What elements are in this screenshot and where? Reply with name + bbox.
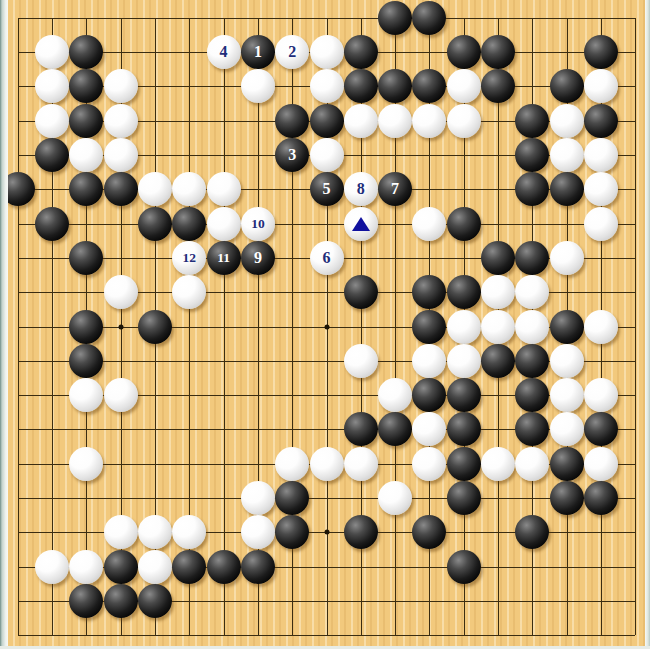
stone-black[interactable]: [481, 241, 515, 275]
stone-black[interactable]: [412, 515, 446, 549]
stone-black[interactable]: [550, 172, 584, 206]
stone-black[interactable]: [241, 550, 275, 584]
stone-white[interactable]: [412, 207, 446, 241]
stone-black[interactable]: [447, 550, 481, 584]
move-number-label: 5: [323, 181, 331, 197]
stone-black[interactable]: [550, 447, 584, 481]
stone-black[interactable]: [344, 35, 378, 69]
stone-white[interactable]: [69, 550, 103, 584]
stone-white[interactable]: [69, 138, 103, 172]
stone-black[interactable]: [344, 515, 378, 549]
stone-black[interactable]: [515, 515, 549, 549]
grid-line-horizontal: [18, 498, 635, 499]
stone-white[interactable]: [344, 104, 378, 138]
stone-white[interactable]: [172, 275, 206, 309]
stone-white[interactable]: [104, 275, 138, 309]
stone-white[interactable]: [584, 447, 618, 481]
stone-white[interactable]: [412, 447, 446, 481]
stone-white[interactable]: [310, 138, 344, 172]
stone-white[interactable]: [172, 172, 206, 206]
stone-white[interactable]: [481, 275, 515, 309]
stone-black[interactable]: [447, 412, 481, 446]
move-number-label: 1: [254, 44, 262, 60]
left-margin-strip: [0, 0, 8, 649]
stone-black[interactable]: [69, 104, 103, 138]
move-number-label: 7: [391, 181, 399, 197]
stone-white[interactable]: 10: [241, 207, 275, 241]
stone-white[interactable]: [515, 447, 549, 481]
stone-black[interactable]: [172, 207, 206, 241]
stone-black[interactable]: [344, 275, 378, 309]
stone-white[interactable]: [481, 310, 515, 344]
stone-white[interactable]: [241, 481, 275, 515]
stone-white[interactable]: [104, 378, 138, 412]
stone-black[interactable]: [69, 172, 103, 206]
stone-white[interactable]: [344, 207, 378, 241]
stone-white[interactable]: [584, 138, 618, 172]
stone-black[interactable]: [412, 275, 446, 309]
stone-black[interactable]: [515, 241, 549, 275]
stone-black[interactable]: [584, 104, 618, 138]
stone-white[interactable]: 4: [207, 35, 241, 69]
stone-black[interactable]: [412, 310, 446, 344]
grid-line-vertical: [635, 18, 636, 635]
stone-black[interactable]: [412, 1, 446, 35]
grid-line-horizontal: [18, 635, 635, 636]
stone-white[interactable]: [550, 104, 584, 138]
stone-white[interactable]: [275, 447, 309, 481]
stone-black[interactable]: [207, 550, 241, 584]
stone-white[interactable]: [412, 104, 446, 138]
move-number-label: 11: [217, 251, 230, 265]
stone-white[interactable]: [447, 104, 481, 138]
stone-white[interactable]: [447, 69, 481, 103]
move-number-label: 9: [254, 250, 262, 266]
stone-black[interactable]: [447, 378, 481, 412]
stone-white[interactable]: [104, 104, 138, 138]
stone-white[interactable]: 8: [344, 172, 378, 206]
stone-white[interactable]: [584, 69, 618, 103]
stone-black[interactable]: [69, 310, 103, 344]
stone-white[interactable]: [550, 378, 584, 412]
stone-black[interactable]: [138, 310, 172, 344]
stone-white[interactable]: [172, 515, 206, 549]
stone-black[interactable]: [515, 104, 549, 138]
stone-white[interactable]: [104, 138, 138, 172]
stone-black[interactable]: [69, 241, 103, 275]
stone-white[interactable]: [378, 378, 412, 412]
stone-black[interactable]: [378, 1, 412, 35]
stone-black[interactable]: [35, 138, 69, 172]
move-number-label: 3: [288, 147, 296, 163]
stone-black[interactable]: [104, 584, 138, 618]
stone-white[interactable]: [412, 412, 446, 446]
stone-black[interactable]: [447, 447, 481, 481]
move-number-label: 12: [183, 251, 197, 265]
stone-white[interactable]: [69, 447, 103, 481]
stone-black[interactable]: [138, 207, 172, 241]
stone-white[interactable]: [550, 138, 584, 172]
stone-black[interactable]: [584, 481, 618, 515]
stone-white[interactable]: [241, 69, 275, 103]
stone-white[interactable]: 12: [172, 241, 206, 275]
stone-white[interactable]: 6: [310, 241, 344, 275]
stone-black[interactable]: [584, 412, 618, 446]
stone-white[interactable]: 2: [275, 35, 309, 69]
stone-white[interactable]: [584, 207, 618, 241]
stone-white[interactable]: [310, 35, 344, 69]
stone-white[interactable]: [584, 378, 618, 412]
stone-black[interactable]: [35, 207, 69, 241]
stone-black[interactable]: [344, 69, 378, 103]
stone-white[interactable]: [35, 69, 69, 103]
stone-black[interactable]: [412, 378, 446, 412]
stone-white[interactable]: [104, 69, 138, 103]
stone-white[interactable]: [35, 550, 69, 584]
stone-black[interactable]: [447, 207, 481, 241]
stone-white[interactable]: [481, 447, 515, 481]
move-number-label: 10: [251, 217, 265, 231]
stone-white[interactable]: [69, 378, 103, 412]
stone-black[interactable]: [481, 35, 515, 69]
stone-black[interactable]: 9: [241, 241, 275, 275]
stone-black[interactable]: [447, 35, 481, 69]
stone-black[interactable]: [412, 69, 446, 103]
stone-black[interactable]: [172, 550, 206, 584]
stone-black[interactable]: [378, 412, 412, 446]
stone-black[interactable]: [69, 584, 103, 618]
stone-black[interactable]: [550, 69, 584, 103]
stone-black[interactable]: [515, 412, 549, 446]
move-number-label: 8: [357, 181, 365, 197]
stone-black[interactable]: [138, 584, 172, 618]
stone-black[interactable]: [310, 104, 344, 138]
stone-black[interactable]: [447, 481, 481, 515]
stone-white[interactable]: [344, 447, 378, 481]
stone-black[interactable]: [104, 550, 138, 584]
stone-black[interactable]: 1: [241, 35, 275, 69]
stone-white[interactable]: [35, 104, 69, 138]
star-point: [118, 324, 123, 329]
stone-white[interactable]: [550, 412, 584, 446]
screenshot-root: 412358710121196: [0, 0, 650, 649]
stone-white[interactable]: [412, 344, 446, 378]
stone-white[interactable]: [138, 550, 172, 584]
stone-black[interactable]: [584, 35, 618, 69]
move-number-label: 4: [220, 44, 228, 60]
stone-black[interactable]: [275, 515, 309, 549]
stone-black[interactable]: [104, 172, 138, 206]
stone-white[interactable]: [378, 481, 412, 515]
stone-white[interactable]: [207, 172, 241, 206]
stone-white[interactable]: [35, 35, 69, 69]
stone-black[interactable]: [481, 69, 515, 103]
stone-black[interactable]: 3: [275, 138, 309, 172]
stone-white[interactable]: [310, 69, 344, 103]
stone-black[interactable]: [515, 378, 549, 412]
stone-black[interactable]: 7: [378, 172, 412, 206]
move-number-label: 2: [288, 44, 296, 60]
stone-black[interactable]: 11: [207, 241, 241, 275]
stone-black[interactable]: [515, 138, 549, 172]
stone-white[interactable]: [515, 275, 549, 309]
stone-white[interactable]: [550, 241, 584, 275]
stone-black[interactable]: [69, 69, 103, 103]
stone-white[interactable]: [550, 344, 584, 378]
star-point: [324, 324, 329, 329]
stone-white[interactable]: [447, 344, 481, 378]
stone-black[interactable]: [344, 412, 378, 446]
stone-black[interactable]: [69, 344, 103, 378]
stone-black[interactable]: [275, 104, 309, 138]
stone-white[interactable]: [447, 310, 481, 344]
stone-white[interactable]: [241, 515, 275, 549]
stone-white[interactable]: [584, 310, 618, 344]
stone-black[interactable]: [550, 481, 584, 515]
stone-black[interactable]: [550, 310, 584, 344]
stone-white[interactable]: [104, 515, 138, 549]
star-point: [324, 530, 329, 535]
stone-white[interactable]: [207, 207, 241, 241]
stone-black[interactable]: [378, 69, 412, 103]
stone-white[interactable]: [584, 172, 618, 206]
stone-white[interactable]: [344, 344, 378, 378]
go-board[interactable]: 412358710121196: [0, 0, 650, 649]
stone-white[interactable]: [378, 104, 412, 138]
move-number-label: 6: [323, 250, 331, 266]
triangle-marker-icon: [352, 217, 370, 231]
stone-white[interactable]: [138, 515, 172, 549]
stone-black[interactable]: [69, 35, 103, 69]
stone-black[interactable]: [481, 344, 515, 378]
right-margin-strip: [645, 0, 650, 649]
stone-black[interactable]: [515, 344, 549, 378]
stone-black[interactable]: 5: [310, 172, 344, 206]
stone-white[interactable]: [138, 172, 172, 206]
stone-black[interactable]: [275, 481, 309, 515]
stone-black[interactable]: [515, 172, 549, 206]
stone-white[interactable]: [515, 310, 549, 344]
stone-black[interactable]: [447, 275, 481, 309]
stone-white[interactable]: [310, 447, 344, 481]
